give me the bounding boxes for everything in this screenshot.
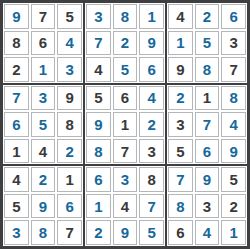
cell-r9c6[interactable]: 5 [139,220,164,245]
cell-r5c1[interactable]: 6 [4,112,29,137]
cell-r9c5[interactable]: 9 [113,220,138,245]
cell-r1c7[interactable]: 4 [168,4,193,29]
sudoku-box-7: 421596387 [2,165,84,247]
cell-r5c2[interactable]: 5 [31,112,56,137]
sudoku-box-1: 975864213 [2,2,84,84]
cell-r6c6[interactable]: 3 [139,139,164,164]
cell-r6c2[interactable]: 4 [31,139,56,164]
cell-r5c9[interactable]: 4 [221,112,246,137]
cell-r9c3[interactable]: 7 [57,220,82,245]
cell-r4c2[interactable]: 3 [31,86,56,111]
cell-r9c9[interactable]: 1 [221,220,246,245]
cell-r7c8[interactable]: 9 [195,167,220,192]
cell-r9c8[interactable]: 4 [195,220,220,245]
sudoku-box-3: 426153987 [166,2,248,84]
cell-r3c1[interactable]: 2 [4,57,29,82]
cell-r2c2[interactable]: 6 [31,31,56,56]
cell-r1c3[interactable]: 5 [57,4,82,29]
cell-r5c8[interactable]: 7 [195,112,220,137]
cell-r4c1[interactable]: 7 [4,86,29,111]
cell-r2c6[interactable]: 9 [139,31,164,56]
cell-r3c7[interactable]: 9 [168,57,193,82]
cell-r3c6[interactable]: 6 [139,57,164,82]
cell-r2c5[interactable]: 2 [113,31,138,56]
cell-r4c8[interactable]: 1 [195,86,220,111]
cell-r2c4[interactable]: 7 [86,31,111,56]
cell-r5c6[interactable]: 2 [139,112,164,137]
sudoku-box-9: 795832641 [166,165,248,247]
sudoku-box-4: 739658142 [2,84,84,166]
cell-r2c1[interactable]: 8 [4,31,29,56]
cell-r2c9[interactable]: 3 [221,31,246,56]
cell-r7c2[interactable]: 2 [31,167,56,192]
cell-r8c2[interactable]: 9 [31,194,56,219]
cell-r9c2[interactable]: 8 [31,220,56,245]
cell-r9c4[interactable]: 2 [86,220,111,245]
cell-r9c7[interactable]: 6 [168,220,193,245]
cell-r3c9[interactable]: 7 [221,57,246,82]
cell-r6c9[interactable]: 9 [221,139,246,164]
cell-r6c4[interactable]: 8 [86,139,111,164]
sudoku-box-6: 218374569 [166,84,248,166]
cell-r5c5[interactable]: 1 [113,112,138,137]
sudoku-box-5: 564912873 [84,84,166,166]
cell-r7c4[interactable]: 6 [86,167,111,192]
cell-r5c3[interactable]: 8 [57,112,82,137]
cell-r1c6[interactable]: 1 [139,4,164,29]
sudoku-box-8: 638147295 [84,165,166,247]
cell-r6c1[interactable]: 1 [4,139,29,164]
cell-r7c6[interactable]: 8 [139,167,164,192]
cell-r7c3[interactable]: 1 [57,167,82,192]
cell-r8c5[interactable]: 4 [113,194,138,219]
cell-r3c5[interactable]: 5 [113,57,138,82]
cell-r8c4[interactable]: 1 [86,194,111,219]
sudoku-box-2: 381729456 [84,2,166,84]
cell-r8c8[interactable]: 3 [195,194,220,219]
cell-r1c2[interactable]: 7 [31,4,56,29]
cell-r1c4[interactable]: 3 [86,4,111,29]
cell-r4c6[interactable]: 4 [139,86,164,111]
cell-r7c7[interactable]: 7 [168,167,193,192]
cell-r7c5[interactable]: 3 [113,167,138,192]
cell-r3c2[interactable]: 1 [31,57,56,82]
cell-r4c9[interactable]: 8 [221,86,246,111]
cell-r6c8[interactable]: 6 [195,139,220,164]
cell-r8c1[interactable]: 5 [4,194,29,219]
cell-r1c1[interactable]: 9 [4,4,29,29]
cell-r4c7[interactable]: 2 [168,86,193,111]
sudoku-board: 9758642133817294564261539877396581425649… [0,0,250,249]
cell-r4c5[interactable]: 6 [113,86,138,111]
cell-r3c8[interactable]: 8 [195,57,220,82]
cell-r2c3[interactable]: 4 [57,31,82,56]
cell-r3c3[interactable]: 3 [57,57,82,82]
cell-r3c4[interactable]: 4 [86,57,111,82]
cell-r7c1[interactable]: 4 [4,167,29,192]
cell-r5c7[interactable]: 3 [168,112,193,137]
cell-r2c7[interactable]: 1 [168,31,193,56]
cell-r6c3[interactable]: 2 [57,139,82,164]
cell-r2c8[interactable]: 5 [195,31,220,56]
cell-r9c1[interactable]: 3 [4,220,29,245]
cell-r8c6[interactable]: 7 [139,194,164,219]
cell-r7c9[interactable]: 5 [221,167,246,192]
cell-r1c8[interactable]: 2 [195,4,220,29]
cell-r8c9[interactable]: 2 [221,194,246,219]
cell-r4c3[interactable]: 9 [57,86,82,111]
cell-r8c7[interactable]: 8 [168,194,193,219]
cell-r1c5[interactable]: 8 [113,4,138,29]
cell-r4c4[interactable]: 5 [86,86,111,111]
cell-r8c3[interactable]: 6 [57,194,82,219]
cell-r1c9[interactable]: 6 [221,4,246,29]
cell-r5c4[interactable]: 9 [86,112,111,137]
cell-r6c5[interactable]: 7 [113,139,138,164]
cell-r6c7[interactable]: 5 [168,139,193,164]
